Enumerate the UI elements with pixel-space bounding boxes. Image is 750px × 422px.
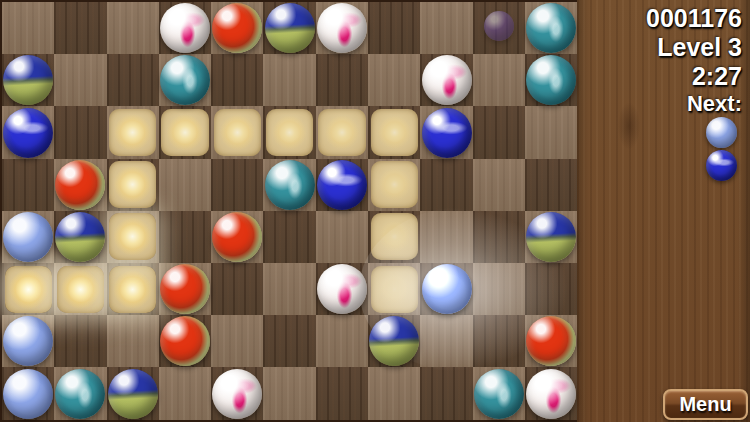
marble-blue-green[interactable] [526,212,576,262]
marble-white-pink[interactable] [160,3,210,53]
marble-blue-green[interactable] [369,316,419,366]
path-tile [371,109,418,156]
menu-button[interactable]: Menu [663,389,748,420]
path-tile [109,161,156,208]
marble-teal[interactable] [160,55,210,105]
score-value: 0001176 [646,6,742,31]
path-tile [5,266,52,313]
marble-red-yellow[interactable] [526,316,576,366]
path-tile-glow [371,161,418,208]
path-tile-glow [109,213,156,260]
path-tile [109,266,156,313]
marble-white-pink[interactable] [212,369,262,419]
marble-red-yellow[interactable] [160,264,210,314]
path-tile-glow [161,109,208,156]
marble-ghost-purple [484,11,514,41]
marble-teal[interactable] [526,3,576,53]
path-tile-glow [371,109,418,156]
marble-blue-green[interactable] [3,55,53,105]
path-tile-glow [318,109,365,156]
marble-light-blue[interactable] [3,316,53,366]
next-marble-2 [706,150,737,181]
timer-value: 2:27 [692,64,742,89]
next-label: Next: [687,93,742,115]
path-tile-glow [57,266,104,313]
marble-red-yellow[interactable] [160,316,210,366]
marble-light-blue[interactable] [3,212,53,262]
path-tile [109,213,156,260]
marble-royal-blue[interactable] [422,108,472,158]
marble-teal[interactable] [265,160,315,210]
marble-white-pink[interactable] [317,264,367,314]
marble-teal[interactable] [55,369,105,419]
path-tile-glow [109,109,156,156]
path-tile-glow [214,109,261,156]
path-tile [266,109,313,156]
marble-blue-green[interactable] [55,212,105,262]
marble-blue-green[interactable] [265,3,315,53]
path-tile-glow [109,161,156,208]
path-tile-glow [371,266,418,313]
game-board [2,2,577,420]
marble-white-pink[interactable] [422,55,472,105]
path-tile [371,266,418,313]
path-tile-glow [109,266,156,313]
marble-red-yellow[interactable] [212,3,262,53]
marble-blue-green[interactable] [108,369,158,419]
path-tile-glow [266,109,313,156]
path-tile [371,213,418,260]
marble-teal[interactable] [526,55,576,105]
path-tile-glow [5,266,52,313]
marble-red-yellow[interactable] [55,160,105,210]
marble-light-blue-selected[interactable] [422,264,472,314]
marble-royal-blue[interactable] [3,108,53,158]
level-label: Level 3 [657,35,742,60]
path-tile [109,109,156,156]
marble-teal[interactable] [474,369,524,419]
path-tile-glow [371,213,418,260]
board-overlay [2,2,577,420]
marble-royal-blue[interactable] [317,160,367,210]
marble-light-blue[interactable] [3,369,53,419]
marble-white-pink[interactable] [526,369,576,419]
path-tile [318,109,365,156]
marble-red-yellow[interactable] [212,212,262,262]
path-tile [214,109,261,156]
next-marble-1 [706,117,737,148]
path-tile [57,266,104,313]
marble-white-pink[interactable] [317,3,367,53]
path-tile [161,109,208,156]
path-tile [371,161,418,208]
